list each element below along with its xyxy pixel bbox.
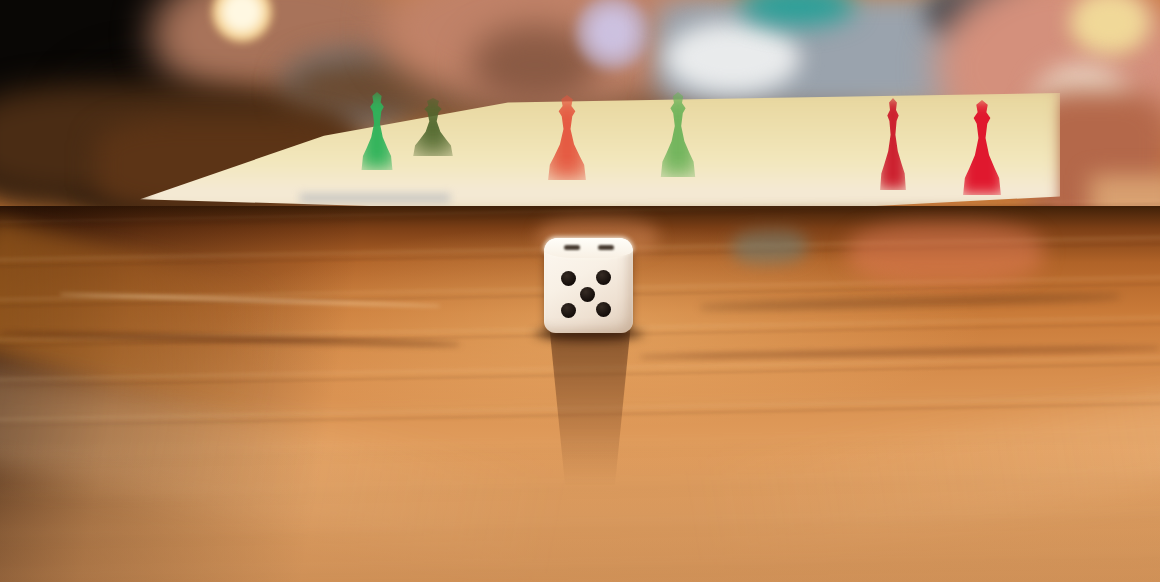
die-pip (596, 270, 611, 285)
board-surface-mark (300, 194, 450, 202)
red-pawn-reflection (848, 222, 1043, 284)
die-top-pip-mark (564, 245, 580, 250)
foreground-blur-wash (0, 440, 1160, 582)
die-top-face (544, 238, 633, 258)
die-pip (580, 287, 595, 302)
die-pip (561, 303, 576, 318)
board-reflection-teal (731, 229, 807, 266)
die-pip (596, 302, 611, 317)
laptop-white-band (665, 22, 800, 94)
die-showing-five (544, 238, 633, 333)
die-top-pip-mark (598, 245, 614, 250)
die-pip (561, 271, 576, 286)
board-game-photo (0, 0, 1160, 582)
